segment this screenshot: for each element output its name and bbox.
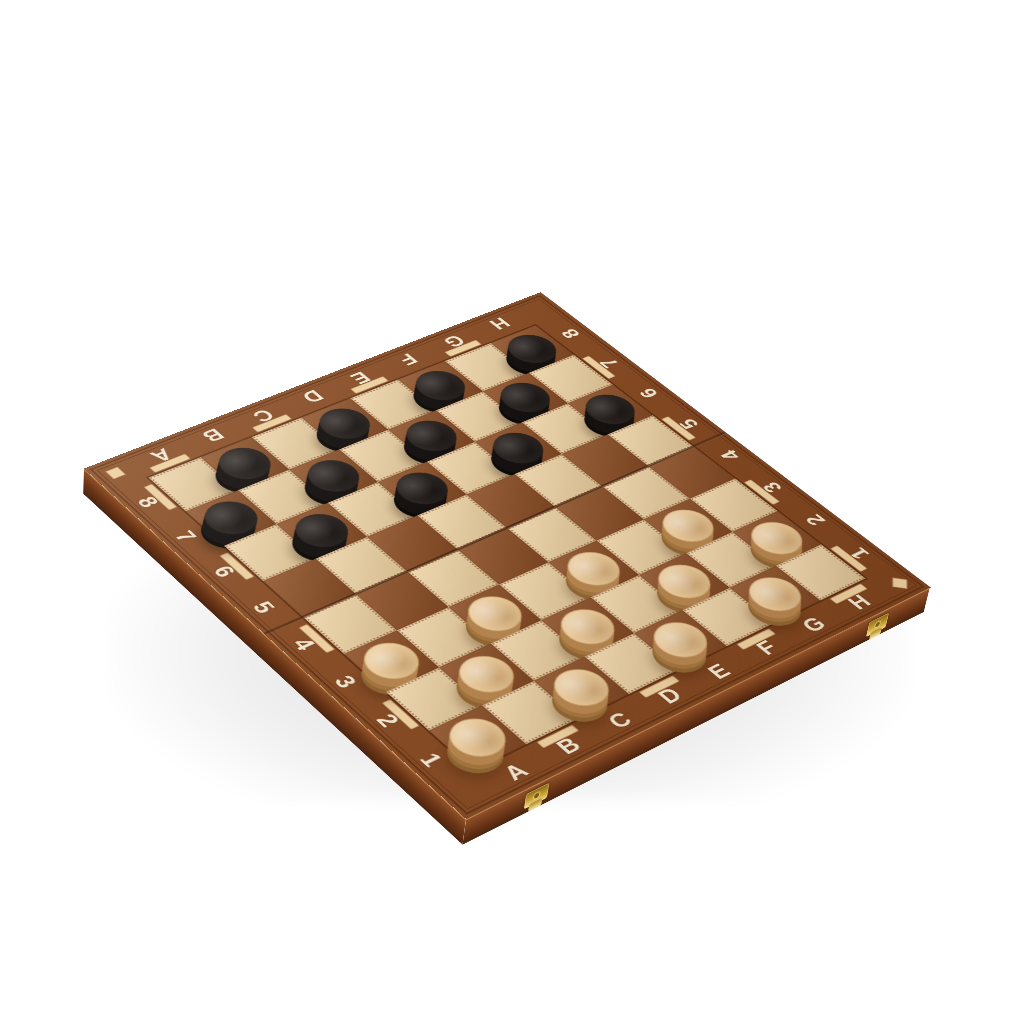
frame-inlay-strip bbox=[830, 583, 868, 604]
frame-inlay-strip bbox=[736, 628, 776, 650]
file-label-near-b: B bbox=[552, 734, 586, 758]
rank-label-right-5: 5 bbox=[675, 417, 702, 432]
rank-label-left-2: 2 bbox=[372, 711, 404, 730]
square-b3[interactable] bbox=[397, 607, 491, 667]
square-a7[interactable] bbox=[186, 490, 277, 546]
rank-label-right-2: 2 bbox=[801, 512, 829, 528]
file-label-near-g: G bbox=[797, 614, 830, 636]
rank-label-right-4: 4 bbox=[716, 448, 743, 463]
frame-corner-inlay bbox=[105, 467, 126, 480]
square-d2[interactable] bbox=[541, 597, 634, 656]
file-label-far-g: G bbox=[439, 333, 469, 351]
rank-label-right-3: 3 bbox=[758, 480, 786, 496]
piece-light-d2[interactable] bbox=[550, 603, 625, 651]
rank-label-right-1: 1 bbox=[845, 545, 873, 561]
square-a6[interactable] bbox=[224, 524, 316, 581]
rank-label-left-3: 3 bbox=[330, 672, 361, 691]
square-c5[interactable] bbox=[367, 515, 458, 571]
square-e2[interactable] bbox=[591, 575, 683, 633]
square-c1[interactable] bbox=[534, 657, 629, 719]
file-label-far-b: B bbox=[198, 426, 228, 445]
file-label-near-a: A bbox=[499, 760, 533, 784]
square-e1[interactable] bbox=[634, 610, 727, 670]
rank-label-left-5: 5 bbox=[248, 599, 279, 617]
square-f1[interactable] bbox=[682, 588, 774, 646]
frame-corner-inlay bbox=[892, 578, 907, 589]
piece-light-e1[interactable] bbox=[643, 616, 718, 664]
square-b5[interactable] bbox=[316, 537, 408, 594]
file-label-far-a: A bbox=[146, 446, 176, 465]
square-b1[interactable] bbox=[482, 681, 578, 745]
square-a5[interactable] bbox=[263, 559, 356, 617]
file-label-near-f: F bbox=[752, 637, 782, 658]
square-b6[interactable] bbox=[276, 503, 367, 559]
square-f2[interactable] bbox=[639, 553, 730, 610]
frame-inlay-strip bbox=[219, 552, 254, 580]
square-d3[interactable] bbox=[499, 562, 591, 620]
frame-inlay-strip bbox=[299, 624, 336, 653]
file-label-far-e: E bbox=[347, 369, 375, 386]
square-b4[interactable] bbox=[356, 572, 449, 631]
piece-dark-b6[interactable] bbox=[285, 508, 359, 553]
square-g1[interactable] bbox=[730, 566, 821, 623]
square-a4[interactable] bbox=[303, 594, 397, 654]
piece-light-a1[interactable] bbox=[438, 711, 517, 764]
file-label-far-d: D bbox=[298, 387, 327, 405]
square-d1[interactable] bbox=[585, 633, 679, 694]
piece-light-b2[interactable] bbox=[448, 649, 525, 699]
rank-label-right-8: 8 bbox=[557, 327, 584, 341]
piece-light-c1[interactable] bbox=[543, 662, 620, 713]
rank-label-left-8: 8 bbox=[133, 494, 163, 510]
file-label-near-c: C bbox=[603, 709, 636, 732]
square-c4[interactable] bbox=[407, 550, 499, 608]
rank-label-left-1: 1 bbox=[415, 750, 447, 770]
piece-light-g1[interactable] bbox=[738, 571, 812, 618]
square-a3[interactable] bbox=[344, 630, 439, 692]
piece-light-a3[interactable] bbox=[353, 636, 430, 686]
square-b2[interactable] bbox=[439, 644, 534, 706]
square-a2[interactable] bbox=[386, 667, 482, 730]
square-d4[interactable] bbox=[458, 528, 549, 584]
file-label-near-e: E bbox=[703, 661, 735, 683]
square-e3[interactable] bbox=[548, 541, 639, 598]
rank-label-right-6: 6 bbox=[635, 386, 662, 400]
file-label-far-f: F bbox=[395, 351, 422, 368]
piece-light-c3[interactable] bbox=[457, 590, 532, 638]
piece-light-f2[interactable] bbox=[648, 558, 722, 604]
piece-dark-a7[interactable] bbox=[194, 495, 268, 540]
square-c3[interactable] bbox=[449, 584, 542, 643]
square-c2[interactable] bbox=[491, 620, 585, 681]
rank-label-right-7: 7 bbox=[596, 356, 623, 370]
rank-label-left-7: 7 bbox=[171, 528, 201, 545]
frame-inlay-strip bbox=[144, 484, 178, 511]
frame-inlay-strip bbox=[382, 699, 420, 730]
frame-inlay-strip bbox=[639, 675, 680, 698]
square-a1[interactable] bbox=[429, 705, 526, 770]
file-label-far-c: C bbox=[248, 407, 278, 426]
file-label-far-h: H bbox=[485, 315, 513, 332]
piece-light-e3[interactable] bbox=[557, 546, 631, 592]
rank-label-left-6: 6 bbox=[209, 563, 240, 580]
frame-inlay-strip bbox=[536, 725, 579, 749]
file-label-near-d: D bbox=[653, 684, 686, 707]
rank-label-left-4: 4 bbox=[289, 635, 320, 653]
file-label-near-h: H bbox=[843, 592, 875, 613]
